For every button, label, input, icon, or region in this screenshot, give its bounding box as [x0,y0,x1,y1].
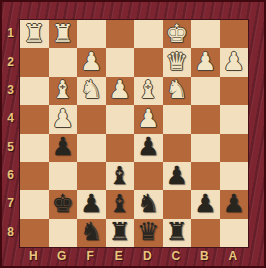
square-e6[interactable]: ♝ [106,162,135,190]
square-h7[interactable] [20,190,49,218]
square-f4[interactable] [77,105,106,133]
square-h8[interactable] [20,219,49,247]
square-h6[interactable] [20,162,49,190]
square-e1[interactable] [106,20,135,48]
rank-labels: 12345678 [2,19,19,246]
square-d5[interactable]: ♟ [134,134,163,162]
square-f3[interactable]: ♞ [77,77,106,105]
piece-black-P-f7[interactable]: ♟ [80,191,102,216]
piece-black-R-c8[interactable]: ♜ [166,219,188,244]
piece-white-P-g4[interactable]: ♟ [52,106,74,131]
piece-white-Q-c2[interactable]: ♛ [166,49,188,74]
piece-white-R-h1[interactable]: ♜ [23,21,45,46]
square-d3[interactable]: ♝ [134,77,163,105]
square-b4[interactable] [191,105,220,133]
square-e2[interactable] [106,48,135,76]
square-a6[interactable] [220,162,249,190]
file-label-f: F [76,246,105,266]
square-a2[interactable]: ♟ [220,48,249,76]
file-label-b: B [190,246,219,266]
file-label-a: A [219,246,248,266]
piece-white-P-a2[interactable]: ♟ [223,49,245,74]
rank-label-3: 3 [2,76,19,104]
square-a3[interactable] [220,77,249,105]
square-e8[interactable]: ♜ [106,219,135,247]
square-a5[interactable] [220,134,249,162]
square-b3[interactable] [191,77,220,105]
square-b1[interactable] [191,20,220,48]
square-h4[interactable] [20,105,49,133]
square-c3[interactable]: ♞ [163,77,192,105]
piece-black-N-f8[interactable]: ♞ [80,219,102,244]
square-g6[interactable] [49,162,78,190]
square-d1[interactable] [134,20,163,48]
rank-label-1: 1 [2,19,19,47]
square-g2[interactable] [49,48,78,76]
piece-black-P-d5[interactable]: ♟ [137,134,159,159]
square-c6[interactable]: ♟ [163,162,192,190]
rank-label-4: 4 [2,104,19,132]
piece-black-N-d7[interactable]: ♞ [137,191,159,216]
rank-label-2: 2 [2,47,19,75]
square-d6[interactable] [134,162,163,190]
square-b8[interactable] [191,219,220,247]
square-h1[interactable]: ♜ [20,20,49,48]
piece-white-B-g3[interactable]: ♝ [52,77,74,102]
rank-label-8: 8 [2,218,19,246]
rank-label-6: 6 [2,161,19,189]
square-d8[interactable]: ♛ [134,219,163,247]
chess-board-frame: 12345678 ♜♜♚♟♛♟♟♝♞♟♝♞♟♟♟♟♝♟♚♟♝♞♟♟♞♜♛♜ HG… [0,0,266,268]
square-h5[interactable] [20,134,49,162]
square-c2[interactable]: ♛ [163,48,192,76]
square-d4[interactable]: ♟ [134,105,163,133]
square-d2[interactable] [134,48,163,76]
square-b5[interactable] [191,134,220,162]
piece-white-P-e3[interactable]: ♟ [109,77,131,102]
piece-white-P-b2[interactable]: ♟ [194,49,216,74]
square-f8[interactable]: ♞ [77,219,106,247]
piece-white-P-d4[interactable]: ♟ [137,106,159,131]
square-f6[interactable] [77,162,106,190]
square-c7[interactable] [163,190,192,218]
square-b6[interactable] [191,162,220,190]
square-h3[interactable] [20,77,49,105]
square-e7[interactable]: ♝ [106,190,135,218]
piece-black-B-e7[interactable]: ♝ [109,191,131,216]
square-a7[interactable]: ♟ [220,190,249,218]
square-g8[interactable] [49,219,78,247]
square-b7[interactable]: ♟ [191,190,220,218]
square-e4[interactable] [106,105,135,133]
square-a4[interactable] [220,105,249,133]
piece-black-P-c6[interactable]: ♟ [166,163,188,188]
piece-white-N-c3[interactable]: ♞ [166,77,188,102]
square-f5[interactable] [77,134,106,162]
square-d7[interactable]: ♞ [134,190,163,218]
piece-black-R-e8[interactable]: ♜ [109,219,131,244]
square-c8[interactable]: ♜ [163,219,192,247]
square-f7[interactable]: ♟ [77,190,106,218]
piece-black-Q-d8[interactable]: ♛ [137,219,159,244]
square-f2[interactable]: ♟ [77,48,106,76]
square-c4[interactable] [163,105,192,133]
piece-white-P-f2[interactable]: ♟ [80,49,102,74]
square-g5[interactable]: ♟ [49,134,78,162]
file-labels: HGFEDCBA [19,246,247,266]
piece-black-P-g5[interactable]: ♟ [52,134,74,159]
square-g7[interactable]: ♚ [49,190,78,218]
square-g4[interactable]: ♟ [49,105,78,133]
square-a1[interactable] [220,20,249,48]
square-a8[interactable] [220,219,249,247]
chess-board[interactable]: ♜♜♚♟♛♟♟♝♞♟♝♞♟♟♟♟♝♟♚♟♝♞♟♟♞♜♛♜ [19,19,249,248]
file-label-g: G [48,246,77,266]
square-g3[interactable]: ♝ [49,77,78,105]
square-e5[interactable] [106,134,135,162]
file-label-d: D [133,246,162,266]
piece-black-K-g7[interactable]: ♚ [52,191,74,216]
file-label-e: E [105,246,134,266]
file-label-c: C [162,246,191,266]
square-g1[interactable]: ♜ [49,20,78,48]
piece-black-P-a7[interactable]: ♟ [223,191,245,216]
file-label-h: H [19,246,48,266]
piece-white-R-g1[interactable]: ♜ [52,21,74,46]
rank-label-5: 5 [2,133,19,161]
square-h2[interactable] [20,48,49,76]
square-f1[interactable] [77,20,106,48]
square-e3[interactable]: ♟ [106,77,135,105]
piece-white-K-c1[interactable]: ♚ [166,21,188,46]
piece-black-P-b7[interactable]: ♟ [194,191,216,216]
square-b2[interactable]: ♟ [191,48,220,76]
square-c1[interactable]: ♚ [163,20,192,48]
piece-black-B-e6[interactable]: ♝ [109,163,131,188]
piece-white-B-d3[interactable]: ♝ [137,77,159,102]
square-c5[interactable] [163,134,192,162]
piece-white-N-f3[interactable]: ♞ [80,77,102,102]
rank-label-7: 7 [2,189,19,217]
